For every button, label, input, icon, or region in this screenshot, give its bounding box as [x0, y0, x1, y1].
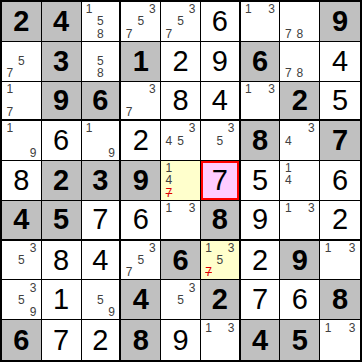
- candidate-slot-empty: [186, 226, 198, 238]
- candidate-slot-empty: [203, 122, 214, 134]
- cell-r3c4[interactable]: 37: [121, 82, 161, 122]
- candidate-slot-empty: [346, 334, 358, 347]
- solved-digit: 6: [320, 161, 360, 200]
- cell-r4c8[interactable]: 34: [280, 121, 320, 161]
- given-digit: 3: [42, 42, 81, 81]
- cell-r9c8[interactable]: 5: [280, 320, 320, 360]
- candidate-3: 3: [306, 122, 318, 134]
- given-digit: 4: [121, 280, 160, 319]
- candidate-slot-empty: [95, 135, 106, 147]
- cell-r4c1[interactable]: 19: [2, 121, 42, 161]
- candidate-3: 3: [147, 242, 159, 254]
- candidate-8: 8: [294, 67, 306, 79]
- candidate-slot-empty: [4, 242, 16, 254]
- given-digit: 7: [320, 121, 360, 160]
- candidate-grid: 147: [161, 161, 200, 200]
- solved-digit: 2: [82, 320, 120, 360]
- candidate-5: 5: [175, 294, 187, 306]
- candidate-slot-empty: [16, 95, 28, 107]
- candidate-slot-empty: [147, 106, 159, 118]
- candidate-grid: 78: [280, 42, 319, 81]
- cell-r9c3[interactable]: 2: [82, 320, 122, 360]
- candidate-slot-empty: [84, 28, 95, 40]
- cell-r9c4[interactable]: 8: [121, 320, 161, 360]
- cell-r1c4[interactable]: 357: [121, 2, 161, 42]
- cell-r2c3[interactable]: 58: [82, 42, 122, 82]
- cell-r3c9[interactable]: 5: [320, 82, 360, 122]
- candidate-slot-empty: [16, 122, 28, 134]
- candidate-7-eliminated: 7: [203, 266, 214, 278]
- candidate-slot-empty: [306, 162, 318, 174]
- given-digit: 6: [2, 320, 41, 360]
- candidate-5: 5: [135, 15, 147, 27]
- solved-digit: 4: [320, 42, 360, 81]
- candidate-7: 7: [123, 28, 135, 40]
- candidate-grid: 57: [2, 42, 41, 81]
- cell-r2c7[interactable]: 6: [241, 42, 281, 82]
- candidate-slot-empty: [84, 67, 95, 79]
- solved-digit: 6: [280, 280, 319, 319]
- candidate-slot-empty: [163, 281, 175, 293]
- candidate-slot-empty: [203, 346, 214, 359]
- candidate-slot-empty: [306, 28, 318, 40]
- candidate-slot-empty: [334, 242, 346, 254]
- candidate-slot-empty: [4, 147, 16, 159]
- cell-r6c4[interactable]: 6: [121, 201, 161, 241]
- given-digit: 4: [241, 320, 280, 360]
- candidate-1: 1: [322, 242, 334, 254]
- candidate-slot-empty: [106, 43, 117, 55]
- cell-r8c4[interactable]: 4: [121, 280, 161, 320]
- candidate-slot-empty: [175, 147, 187, 159]
- cell-r5c9[interactable]: 6: [320, 161, 360, 201]
- candidate-7: 7: [4, 67, 16, 79]
- candidate-slot-empty: [282, 147, 294, 159]
- cell-r2c2[interactable]: 3: [42, 42, 82, 82]
- cell-r5c1[interactable]: 8: [2, 161, 42, 201]
- candidate-7: 7: [123, 266, 135, 278]
- candidate-slot-empty: [147, 266, 159, 278]
- candidate-slot-empty: [16, 106, 28, 118]
- given-digit: 4: [42, 2, 81, 41]
- candidate-8: 8: [294, 28, 306, 40]
- given-digit: 2: [201, 280, 239, 319]
- candidate-grid: 1357: [201, 241, 239, 280]
- candidate-slot-empty: [4, 43, 16, 55]
- candidate-slot-empty: [294, 43, 306, 55]
- candidate-slot-empty: [175, 187, 187, 199]
- cell-r5c5[interactable]: 147: [161, 161, 201, 201]
- candidate-grid: 35: [201, 121, 239, 160]
- given-digit: 5: [280, 320, 319, 360]
- cell-r7c8[interactable]: 9: [280, 241, 320, 281]
- candidate-9: 9: [106, 147, 117, 159]
- candidate-slot-empty: [186, 147, 198, 159]
- candidate-7: 7: [163, 28, 175, 40]
- cell-r6c7[interactable]: 9: [241, 201, 281, 241]
- candidate-slot-empty: [186, 214, 198, 226]
- candidate-slot-empty: [106, 3, 117, 15]
- candidate-slot-empty: [106, 28, 117, 40]
- cell-r7c2[interactable]: 8: [42, 241, 82, 281]
- candidate-slot-empty: [254, 15, 266, 27]
- cell-r8c7[interactable]: 7: [241, 280, 281, 320]
- cell-r9c5[interactable]: 9: [161, 320, 201, 360]
- cell-r7c9[interactable]: 13: [320, 241, 360, 281]
- candidate-slot-empty: [123, 242, 135, 254]
- candidate-7: 7: [4, 106, 16, 118]
- candidate-slot-empty: [106, 55, 117, 67]
- candidate-slot-empty: [322, 254, 334, 266]
- candidate-slot-empty: [214, 122, 225, 134]
- candidate-slot-empty: [135, 28, 147, 40]
- candidate-slot-empty: [214, 346, 225, 359]
- cell-r4c7[interactable]: 8: [241, 121, 281, 161]
- cell-r2c4[interactable]: 1: [121, 42, 161, 82]
- cell-r8c3[interactable]: 59: [82, 280, 122, 320]
- candidate-slot-empty: [334, 266, 346, 278]
- cell-r8c5[interactable]: 35: [161, 280, 201, 320]
- candidate-slot-empty: [306, 174, 318, 186]
- candidate-slot-empty: [16, 83, 28, 95]
- candidate-3: 3: [225, 321, 236, 334]
- cell-r9c1[interactable]: 6: [2, 320, 42, 360]
- cell-r3c5[interactable]: 8: [161, 82, 201, 122]
- candidate-grid: 37: [121, 82, 160, 120]
- solved-digit: 9: [161, 320, 200, 360]
- candidate-slot-empty: [243, 15, 255, 27]
- cell-r6c6[interactable]: 8: [201, 201, 241, 241]
- solved-digit: 6: [121, 201, 160, 239]
- candidate-slot-empty: [27, 266, 39, 278]
- candidate-grid: 14: [280, 161, 319, 200]
- cell-r1c7[interactable]: 13: [241, 2, 281, 42]
- cell-r4c3[interactable]: 19: [82, 121, 122, 161]
- candidate-3: 3: [147, 3, 159, 15]
- candidate-slot-empty: [243, 106, 255, 118]
- candidate-7-eliminated: 7: [163, 187, 175, 199]
- candidate-slot-empty: [27, 55, 39, 67]
- cell-r8c2[interactable]: 1: [42, 280, 82, 320]
- candidate-3: 3: [225, 122, 236, 134]
- candidate-slot-empty: [254, 83, 266, 95]
- solved-digit: 2: [161, 42, 200, 81]
- candidate-1: 1: [203, 242, 214, 254]
- candidate-3: 3: [266, 83, 278, 95]
- candidate-slot-empty: [16, 306, 28, 318]
- cell-r3c8[interactable]: 2: [280, 82, 320, 122]
- candidate-slot-empty: [27, 135, 39, 147]
- candidate-slot-empty: [163, 214, 175, 226]
- candidate-slot-empty: [334, 334, 346, 347]
- candidate-slot-empty: [186, 187, 198, 199]
- cell-r4c2[interactable]: 6: [42, 121, 82, 161]
- candidate-1: 1: [4, 83, 16, 95]
- candidate-slot-empty: [106, 281, 117, 293]
- candidate-grid: 19: [82, 121, 120, 160]
- candidate-slot-empty: [135, 83, 147, 95]
- cell-r7c7[interactable]: 2: [241, 241, 281, 281]
- candidate-slot-empty: [27, 122, 39, 134]
- candidate-slot-empty: [135, 266, 147, 278]
- candidate-slot-empty: [243, 28, 255, 40]
- candidate-slot-empty: [294, 122, 306, 134]
- candidate-grid: 35: [161, 280, 200, 319]
- candidate-slot-empty: [163, 147, 175, 159]
- candidate-slot-empty: [225, 334, 236, 347]
- candidate-7: 7: [282, 67, 294, 79]
- candidate-grid: 13: [280, 201, 319, 239]
- cell-r8c6[interactable]: 2: [201, 280, 241, 320]
- candidate-slot-empty: [147, 28, 159, 40]
- candidate-3: 3: [186, 202, 198, 214]
- candidate-slot-empty: [294, 15, 306, 27]
- candidate-slot-empty: [306, 3, 318, 15]
- cell-r6c2[interactable]: 5: [42, 201, 82, 241]
- candidate-slot-empty: [123, 83, 135, 95]
- candidate-slot-empty: [214, 321, 225, 334]
- candidate-slot-empty: [214, 334, 225, 347]
- candidate-slot-empty: [175, 122, 187, 134]
- cell-r1c2[interactable]: 4: [42, 2, 82, 42]
- candidate-grid: 19: [2, 121, 41, 160]
- candidate-slot-empty: [186, 135, 198, 147]
- cell-r9c6[interactable]: 13: [201, 320, 241, 360]
- candidate-3: 3: [186, 3, 198, 15]
- candidate-slot-empty: [106, 135, 117, 147]
- solved-digit: 7: [201, 161, 239, 200]
- candidate-slot-empty: [95, 147, 106, 159]
- candidate-slot-empty: [214, 147, 225, 159]
- cell-r9c2[interactable]: 7: [42, 320, 82, 360]
- cell-r2c6[interactable]: 9: [201, 42, 241, 82]
- cell-r3c3[interactable]: 6: [82, 82, 122, 122]
- candidate-slot-empty: [282, 214, 294, 226]
- cell-r8c1[interactable]: 359: [2, 280, 42, 320]
- candidate-slot-empty: [346, 254, 358, 266]
- cell-r1c8[interactable]: 78: [280, 2, 320, 42]
- candidate-slot-empty: [294, 3, 306, 15]
- candidate-3: 3: [266, 3, 278, 15]
- candidate-slot-empty: [175, 202, 187, 214]
- candidate-slot-empty: [214, 266, 225, 278]
- cell-r1c9[interactable]: 9: [320, 2, 360, 42]
- candidate-slot-empty: [254, 3, 266, 15]
- candidate-slot-empty: [225, 346, 236, 359]
- cell-r6c1[interactable]: 4: [2, 201, 42, 241]
- solved-digit: 8: [42, 241, 81, 280]
- candidate-5: 5: [135, 254, 147, 266]
- solved-digit: 2: [241, 241, 280, 280]
- solved-digit: 7: [82, 201, 120, 239]
- candidate-slot-empty: [306, 147, 318, 159]
- candidate-slot-empty: [4, 266, 16, 278]
- candidate-slot-empty: [106, 122, 117, 134]
- candidate-9: 9: [27, 306, 39, 318]
- cell-r3c1[interactable]: 17: [2, 82, 42, 122]
- candidate-slot-empty: [16, 281, 28, 293]
- solved-digit: 1: [42, 280, 81, 319]
- cell-r5c8[interactable]: 14: [280, 161, 320, 201]
- sudoku-board: 2415835735761378957358129678417963784132…: [0, 0, 362, 362]
- cell-r7c3[interactable]: 4: [82, 241, 122, 281]
- candidate-1: 1: [322, 321, 334, 334]
- given-digit: 3: [82, 161, 120, 200]
- given-digit: 4: [2, 201, 41, 239]
- candidate-slot-empty: [84, 281, 95, 293]
- candidate-7: 7: [282, 28, 294, 40]
- cell-r8c8[interactable]: 6: [280, 280, 320, 320]
- given-digit: 6: [241, 42, 280, 81]
- candidate-3: 3: [186, 122, 198, 134]
- solved-digit: 7: [42, 320, 81, 360]
- candidate-slot-empty: [84, 147, 95, 159]
- candidate-1: 1: [243, 3, 255, 15]
- candidate-slot-empty: [294, 187, 306, 199]
- candidate-slot-empty: [106, 15, 117, 27]
- solved-digit: 9: [201, 42, 239, 81]
- cell-r2c9[interactable]: 4: [320, 42, 360, 82]
- cell-r9c7[interactable]: 4: [241, 320, 281, 360]
- candidate-5: 5: [16, 294, 28, 306]
- cell-r1c1[interactable]: 2: [2, 2, 42, 42]
- candidate-slot-empty: [27, 106, 39, 118]
- cell-r9c9[interactable]: 13: [320, 320, 360, 360]
- solved-digit: 2: [320, 201, 360, 239]
- candidate-8: 8: [95, 67, 106, 79]
- cell-r5c2[interactable]: 2: [42, 161, 82, 201]
- given-digit: 9: [42, 82, 81, 120]
- cell-r5c4[interactable]: 9: [121, 161, 161, 201]
- candidate-slot-empty: [322, 266, 334, 278]
- candidate-slot-empty: [282, 122, 294, 134]
- cell-r4c9[interactable]: 7: [320, 121, 360, 161]
- cell-r1c3[interactable]: 158: [82, 2, 122, 42]
- solved-digit: 6: [42, 121, 81, 160]
- candidate-slot-empty: [27, 95, 39, 107]
- candidate-slot-empty: [16, 135, 28, 147]
- cell-r7c5[interactable]: 6: [161, 241, 201, 281]
- candidate-slot-empty: [27, 67, 39, 79]
- given-digit: 8: [121, 320, 160, 360]
- cell-r6c3[interactable]: 7: [82, 201, 122, 241]
- given-digit: 2: [2, 2, 41, 41]
- candidate-1: 1: [243, 83, 255, 95]
- candidate-slot-empty: [334, 254, 346, 266]
- solved-digit: 4: [201, 82, 239, 120]
- candidate-slot-empty: [84, 135, 95, 147]
- candidate-slot-empty: [266, 15, 278, 27]
- cell-r8c9[interactable]: 8: [320, 280, 360, 320]
- candidate-3: 3: [346, 242, 358, 254]
- candidate-slot-empty: [346, 266, 358, 278]
- candidate-slot-empty: [4, 135, 16, 147]
- candidate-slot-empty: [186, 15, 198, 27]
- candidate-5: 5: [95, 15, 106, 27]
- candidate-slot-empty: [322, 334, 334, 347]
- candidate-3: 3: [147, 83, 159, 95]
- cell-r7c6[interactable]: 1357: [201, 241, 241, 281]
- cell-r4c6[interactable]: 35: [201, 121, 241, 161]
- cell-r5c6[interactable]: 7: [201, 161, 241, 201]
- cell-r7c4[interactable]: 357: [121, 241, 161, 281]
- candidate-slot-empty: [123, 3, 135, 15]
- candidate-3: 3: [346, 321, 358, 334]
- candidate-slot-empty: [84, 15, 95, 27]
- candidate-grid: 59: [82, 280, 120, 319]
- candidate-slot-empty: [135, 95, 147, 107]
- candidate-slot-empty: [186, 306, 198, 318]
- candidate-slot-empty: [4, 254, 16, 266]
- given-digit: 1: [121, 42, 160, 81]
- cell-r6c9[interactable]: 2: [320, 201, 360, 241]
- candidate-slot-empty: [147, 15, 159, 27]
- candidate-7: 7: [123, 106, 135, 118]
- candidate-slot-empty: [306, 226, 318, 238]
- cell-r6c5[interactable]: 13: [161, 201, 201, 241]
- cell-r3c7[interactable]: 13: [241, 82, 281, 122]
- candidate-slot-empty: [163, 226, 175, 238]
- candidate-slot-empty: [346, 346, 358, 359]
- cell-r1c5[interactable]: 357: [161, 2, 201, 42]
- cell-r4c4[interactable]: 2: [121, 121, 161, 161]
- cell-r2c8[interactable]: 78: [280, 42, 320, 82]
- candidate-slot-empty: [163, 3, 175, 15]
- cell-r1c6[interactable]: 6: [201, 2, 241, 42]
- cell-r7c1[interactable]: 35: [2, 241, 42, 281]
- candidate-slot-empty: [84, 43, 95, 55]
- candidate-slot-empty: [306, 187, 318, 199]
- candidate-grid: 13: [241, 82, 280, 120]
- candidate-4: 4: [163, 174, 175, 186]
- cell-r3c2[interactable]: 9: [42, 82, 82, 122]
- candidate-1: 1: [84, 122, 95, 134]
- candidate-slot-empty: [163, 15, 175, 27]
- solved-digit: 7: [241, 280, 280, 319]
- candidate-grid: 357: [121, 241, 160, 280]
- given-digit: 6: [82, 82, 120, 120]
- cell-r4c5[interactable]: 345: [161, 121, 201, 161]
- cell-r3c6[interactable]: 4: [201, 82, 241, 122]
- candidate-slot-empty: [306, 55, 318, 67]
- candidate-slot-empty: [266, 28, 278, 40]
- candidate-slot-empty: [294, 202, 306, 214]
- candidate-8: 8: [95, 28, 106, 40]
- candidate-5: 5: [175, 15, 187, 27]
- candidate-slot-empty: [175, 226, 187, 238]
- candidate-slot-empty: [16, 147, 28, 159]
- candidate-slot-empty: [123, 15, 135, 27]
- cell-r6c8[interactable]: 13: [280, 201, 320, 241]
- candidate-slot-empty: [186, 162, 198, 174]
- candidate-slot-empty: [175, 28, 187, 40]
- candidate-1: 1: [84, 3, 95, 15]
- solved-digit: 8: [161, 82, 200, 120]
- candidate-grid: 13: [201, 320, 239, 360]
- solved-digit: 8: [2, 161, 41, 200]
- candidate-4: 4: [282, 174, 294, 186]
- candidate-slot-empty: [27, 83, 39, 95]
- cell-r2c5[interactable]: 2: [161, 42, 201, 82]
- cell-r5c7[interactable]: 5: [241, 161, 281, 201]
- cell-r2c1[interactable]: 57: [2, 42, 42, 82]
- candidate-slot-empty: [334, 346, 346, 359]
- candidate-1: 1: [4, 122, 16, 134]
- cell-r5c3[interactable]: 3: [82, 161, 122, 201]
- candidate-slot-empty: [27, 43, 39, 55]
- candidate-slot-empty: [294, 174, 306, 186]
- candidate-slot-empty: [203, 334, 214, 347]
